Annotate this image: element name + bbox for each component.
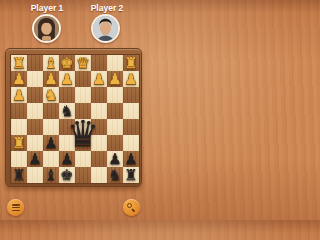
- board-square[interactable]: ♛: [75, 135, 91, 151]
- board-square[interactable]: ♟: [43, 71, 59, 87]
- board-square[interactable]: ♟: [11, 71, 27, 87]
- white-pawn[interactable]: ♟: [124, 71, 137, 87]
- board-square[interactable]: ♟: [91, 71, 107, 87]
- board-square[interactable]: ♜: [11, 55, 27, 71]
- black-rook[interactable]: ♜: [124, 167, 137, 183]
- menu-icon: [12, 204, 20, 211]
- board-square[interactable]: [11, 119, 27, 135]
- magnifier-icon: [127, 203, 136, 212]
- board-square[interactable]: [43, 103, 59, 119]
- board-square[interactable]: ♟: [11, 87, 27, 103]
- player1-name: Player 1: [16, 3, 78, 13]
- board-square[interactable]: ♚: [59, 55, 75, 71]
- board-square[interactable]: ♟: [123, 71, 139, 87]
- board-square[interactable]: [27, 119, 43, 135]
- board-square[interactable]: ♟: [123, 151, 139, 167]
- black-pawn[interactable]: ♟: [44, 135, 57, 151]
- white-pawn[interactable]: ♟: [12, 87, 25, 103]
- board-square[interactable]: ♚: [59, 167, 75, 183]
- board-square[interactable]: ♟: [27, 151, 43, 167]
- board-square[interactable]: ♞: [107, 167, 123, 183]
- board-square[interactable]: ♞: [43, 87, 59, 103]
- board-square[interactable]: [123, 119, 139, 135]
- board-square[interactable]: [27, 103, 43, 119]
- board-square[interactable]: [27, 167, 43, 183]
- board-square[interactable]: [107, 135, 123, 151]
- board-square[interactable]: ♜: [123, 55, 139, 71]
- white-pawn[interactable]: ♟: [44, 71, 57, 87]
- board-square[interactable]: [91, 87, 107, 103]
- board-square[interactable]: [27, 135, 43, 151]
- black-rook[interactable]: ♜: [12, 167, 25, 183]
- woman-portrait-icon: [34, 16, 59, 41]
- board-square[interactable]: [107, 55, 123, 71]
- board-square[interactable]: [43, 151, 59, 167]
- board-square[interactable]: [11, 151, 27, 167]
- board-square[interactable]: [123, 103, 139, 119]
- black-pawn[interactable]: ♟: [28, 151, 41, 167]
- board-square[interactable]: [107, 119, 123, 135]
- board-square[interactable]: ♟: [107, 151, 123, 167]
- board-square[interactable]: [123, 87, 139, 103]
- player2-name: Player 2: [79, 3, 135, 13]
- board-square[interactable]: ♟: [59, 71, 75, 87]
- white-pawn[interactable]: ♟: [92, 71, 105, 87]
- player2-avatar[interactable]: [91, 14, 120, 43]
- board-square[interactable]: ♟: [43, 135, 59, 151]
- board-square[interactable]: [27, 71, 43, 87]
- board-square[interactable]: [91, 55, 107, 71]
- board-square[interactable]: ♝: [43, 55, 59, 71]
- board-square[interactable]: [123, 135, 139, 151]
- white-knight[interactable]: ♞: [44, 87, 57, 103]
- board-square[interactable]: [75, 87, 91, 103]
- black-bishop[interactable]: ♝: [44, 167, 57, 183]
- board-square[interactable]: [59, 87, 75, 103]
- board-square[interactable]: [43, 119, 59, 135]
- menu-button[interactable]: [7, 199, 24, 216]
- board-square[interactable]: ♜: [11, 167, 27, 183]
- white-bishop[interactable]: ♝: [44, 55, 57, 71]
- black-pawn[interactable]: ♟: [124, 151, 137, 167]
- board-square[interactable]: [27, 55, 43, 71]
- board-square[interactable]: ♝: [43, 167, 59, 183]
- board-square[interactable]: [75, 71, 91, 87]
- black-king[interactable]: ♚: [60, 167, 73, 183]
- board-square[interactable]: [107, 103, 123, 119]
- black-knight[interactable]: ♞: [108, 167, 121, 183]
- white-rook[interactable]: ♜: [12, 135, 25, 151]
- white-king[interactable]: ♚: [60, 55, 73, 71]
- board-square[interactable]: ♛: [75, 55, 91, 71]
- white-pawn[interactable]: ♟: [108, 71, 121, 87]
- board-square[interactable]: ♟: [107, 71, 123, 87]
- board-square[interactable]: ♜: [11, 135, 27, 151]
- board-square[interactable]: ♜: [123, 167, 139, 183]
- board-square[interactable]: [27, 87, 43, 103]
- board-square[interactable]: [11, 103, 27, 119]
- chess-board[interactable]: ♜♝♚♛♜♟♟♟♟♟♟♟♞♞♜♟♛♟♟♟♟♜♝♚♞♜: [10, 54, 140, 184]
- board-frame: ♜♝♚♛♜♟♟♟♟♟♟♟♞♞♜♟♛♟♟♟♟♜♝♚♞♜: [5, 48, 142, 187]
- white-rook[interactable]: ♜: [12, 55, 25, 71]
- man-portrait-icon: [93, 16, 118, 41]
- board-square[interactable]: [75, 167, 91, 183]
- black-pawn[interactable]: ♟: [108, 151, 121, 167]
- board-square[interactable]: [91, 167, 107, 183]
- board-square[interactable]: [107, 87, 123, 103]
- white-pawn[interactable]: ♟: [60, 71, 73, 87]
- magnifier-button[interactable]: [123, 199, 140, 216]
- white-pawn[interactable]: ♟: [12, 71, 25, 87]
- white-queen[interactable]: ♛: [76, 55, 89, 71]
- white-rook[interactable]: ♜: [124, 55, 137, 71]
- player1-avatar[interactable]: [32, 14, 61, 43]
- black-queen[interactable]: ♛: [67, 116, 99, 152]
